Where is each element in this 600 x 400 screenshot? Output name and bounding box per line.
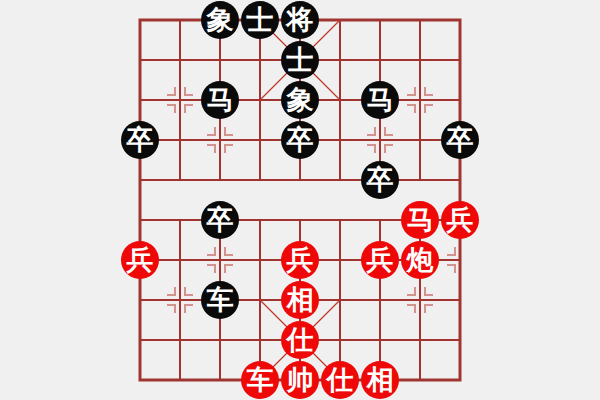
piece-black-advisor[interactable]: 士 bbox=[241, 1, 279, 39]
piece-black-soldier[interactable]: 卒 bbox=[361, 161, 399, 199]
piece-red-general[interactable]: 帅 bbox=[281, 361, 319, 399]
piece-red-elephant[interactable]: 相 bbox=[361, 361, 399, 399]
xiangqi-board: 象士将士马象马卒卒卒卒卒车马兵兵兵兵炮相仕车帅仕相 bbox=[0, 0, 600, 400]
piece-black-soldier[interactable]: 卒 bbox=[121, 121, 159, 159]
piece-red-horse[interactable]: 马 bbox=[401, 201, 439, 239]
piece-red-elephant[interactable]: 相 bbox=[281, 281, 319, 319]
piece-black-horse[interactable]: 马 bbox=[201, 81, 239, 119]
piece-black-soldier[interactable]: 卒 bbox=[441, 121, 479, 159]
piece-red-soldier[interactable]: 兵 bbox=[441, 201, 479, 239]
piece-black-soldier[interactable]: 卒 bbox=[281, 121, 319, 159]
piece-red-soldier[interactable]: 兵 bbox=[281, 241, 319, 279]
piece-black-horse[interactable]: 马 bbox=[361, 81, 399, 119]
piece-black-elephant[interactable]: 象 bbox=[281, 81, 319, 119]
piece-layer[interactable]: 象士将士马象马卒卒卒卒卒车马兵兵兵兵炮相仕车帅仕相 bbox=[120, 0, 480, 400]
piece-red-soldier[interactable]: 兵 bbox=[121, 241, 159, 279]
piece-red-soldier[interactable]: 兵 bbox=[361, 241, 399, 279]
piece-red-chariot[interactable]: 车 bbox=[241, 361, 279, 399]
piece-black-general[interactable]: 将 bbox=[281, 1, 319, 39]
piece-black-soldier[interactable]: 卒 bbox=[201, 201, 239, 239]
piece-red-cannon[interactable]: 炮 bbox=[401, 241, 439, 279]
piece-black-advisor[interactable]: 士 bbox=[281, 41, 319, 79]
piece-red-advisor[interactable]: 仕 bbox=[281, 321, 319, 359]
piece-red-advisor[interactable]: 仕 bbox=[321, 361, 359, 399]
piece-black-elephant[interactable]: 象 bbox=[201, 1, 239, 39]
piece-black-chariot[interactable]: 车 bbox=[201, 281, 239, 319]
